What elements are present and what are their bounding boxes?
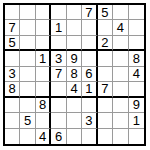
cell-r1c7[interactable]: 5 <box>98 5 113 20</box>
cell-r7c2[interactable] <box>20 98 35 113</box>
cell-r7c5[interactable] <box>67 98 82 113</box>
cell-r4c2[interactable] <box>20 51 35 66</box>
cell-r5c7[interactable] <box>98 67 113 82</box>
cell-r3c2[interactable] <box>20 36 35 51</box>
cell-r1c3[interactable] <box>36 5 51 20</box>
cell-r9c8[interactable] <box>113 129 128 144</box>
cell-r5c1[interactable]: 3 <box>5 67 20 82</box>
cell-r8c9[interactable]: 1 <box>129 113 144 128</box>
cell-r7c4[interactable] <box>51 98 66 113</box>
cell-r7c3[interactable]: 8 <box>36 98 51 113</box>
cell-r4c5[interactable]: 9 <box>67 51 82 66</box>
cell-r9c2[interactable] <box>20 129 35 144</box>
cell-r2c3[interactable] <box>36 20 51 35</box>
cell-r6c3[interactable] <box>36 82 51 97</box>
sudoku-page: 757145213983786484178953146 <box>0 0 150 150</box>
cell-r5c6[interactable]: 6 <box>82 67 97 82</box>
cell-r9c5[interactable] <box>67 129 82 144</box>
cell-r6c5[interactable]: 4 <box>67 82 82 97</box>
cell-r6c6[interactable]: 1 <box>82 82 97 97</box>
cell-r8c5[interactable] <box>67 113 82 128</box>
cell-r4c9[interactable]: 8 <box>129 51 144 66</box>
cell-r8c7[interactable] <box>98 113 113 128</box>
cell-r3c3[interactable] <box>36 36 51 51</box>
cell-r6c4[interactable] <box>51 82 66 97</box>
cell-r1c1[interactable] <box>5 5 20 20</box>
cell-r6c2[interactable] <box>20 82 35 97</box>
cell-r9c9[interactable] <box>129 129 144 144</box>
cell-r6c9[interactable] <box>129 82 144 97</box>
cell-r1c4[interactable] <box>51 5 66 20</box>
cell-r8c3[interactable] <box>36 113 51 128</box>
cell-r2c8[interactable]: 4 <box>113 20 128 35</box>
cell-r3c7[interactable]: 2 <box>98 36 113 51</box>
cell-r9c3[interactable]: 4 <box>36 129 51 144</box>
cell-r8c6[interactable]: 3 <box>82 113 97 128</box>
cell-r9c6[interactable] <box>82 129 97 144</box>
cell-r6c8[interactable] <box>113 82 128 97</box>
cell-r8c8[interactable] <box>113 113 128 128</box>
cell-r9c7[interactable] <box>98 129 113 144</box>
cell-r2c9[interactable] <box>129 20 144 35</box>
cell-r2c7[interactable] <box>98 20 113 35</box>
cell-r5c8[interactable] <box>113 67 128 82</box>
cell-r4c6[interactable] <box>82 51 97 66</box>
cell-r3c1[interactable]: 5 <box>5 36 20 51</box>
cell-r2c5[interactable] <box>67 20 82 35</box>
cell-r9c1[interactable] <box>5 129 20 144</box>
cell-r4c7[interactable] <box>98 51 113 66</box>
cell-r5c4[interactable]: 7 <box>51 67 66 82</box>
cell-r5c5[interactable]: 8 <box>67 67 82 82</box>
cell-r5c2[interactable] <box>20 67 35 82</box>
cell-r6c1[interactable]: 8 <box>5 82 20 97</box>
cell-r8c2[interactable]: 5 <box>20 113 35 128</box>
cell-r3c6[interactable] <box>82 36 97 51</box>
cell-r4c3[interactable]: 1 <box>36 51 51 66</box>
sudoku-board: 757145213983786484178953146 <box>3 3 146 146</box>
cell-r4c4[interactable]: 3 <box>51 51 66 66</box>
cell-r5c9[interactable]: 4 <box>129 67 144 82</box>
cell-r6c7[interactable]: 7 <box>98 82 113 97</box>
cell-r4c8[interactable] <box>113 51 128 66</box>
cell-r8c1[interactable] <box>5 113 20 128</box>
cell-r4c1[interactable] <box>5 51 20 66</box>
cell-r2c4[interactable]: 1 <box>51 20 66 35</box>
cell-r3c8[interactable] <box>113 36 128 51</box>
cell-r9c4[interactable]: 6 <box>51 129 66 144</box>
cell-r1c9[interactable] <box>129 5 144 20</box>
cell-r8c4[interactable] <box>51 113 66 128</box>
cell-r1c6[interactable]: 7 <box>82 5 97 20</box>
cell-r2c6[interactable] <box>82 20 97 35</box>
cell-r1c5[interactable] <box>67 5 82 20</box>
cell-r3c4[interactable] <box>51 36 66 51</box>
cell-r7c6[interactable] <box>82 98 97 113</box>
cell-r2c2[interactable] <box>20 20 35 35</box>
cell-r5c3[interactable] <box>36 67 51 82</box>
cell-r3c9[interactable] <box>129 36 144 51</box>
cell-r7c7[interactable] <box>98 98 113 113</box>
cell-r1c8[interactable] <box>113 5 128 20</box>
cell-r7c9[interactable]: 9 <box>129 98 144 113</box>
cell-r7c8[interactable] <box>113 98 128 113</box>
cell-r1c2[interactable] <box>20 5 35 20</box>
cell-r2c1[interactable]: 7 <box>5 20 20 35</box>
cell-r7c1[interactable] <box>5 98 20 113</box>
cell-r3c5[interactable] <box>67 36 82 51</box>
